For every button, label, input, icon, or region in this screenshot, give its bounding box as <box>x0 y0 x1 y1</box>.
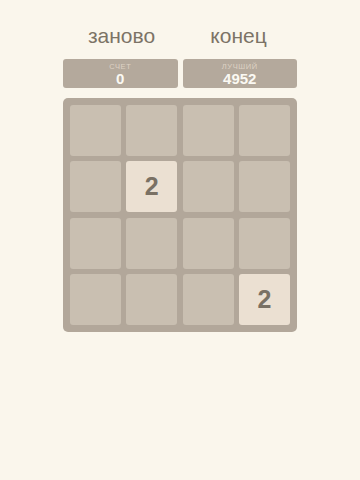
board-cell <box>183 274 234 325</box>
end-game-button[interactable]: конец <box>180 24 297 48</box>
board-cell <box>70 161 121 212</box>
board-cell <box>126 274 177 325</box>
board-cell <box>70 218 121 269</box>
board-cell <box>239 218 290 269</box>
board-cell <box>183 218 234 269</box>
board-cell <box>183 161 234 212</box>
board[interactable]: 22 <box>63 98 297 332</box>
restart-button[interactable]: заново <box>63 24 180 48</box>
tile-2: 2 <box>126 161 177 212</box>
board-cell <box>239 161 290 212</box>
header: заново конец <box>63 24 297 48</box>
board-cell <box>70 105 121 156</box>
board-cell <box>126 105 177 156</box>
game-2048-app: заново конец СЧЕТ 0 ЛУЧШИЙ 4952 22 <box>63 24 297 332</box>
board-cell <box>126 218 177 269</box>
scoreboard: СЧЕТ 0 ЛУЧШИЙ 4952 <box>63 59 297 88</box>
score-box: СЧЕТ 0 <box>63 59 178 88</box>
best-score-box: ЛУЧШИЙ 4952 <box>183 59 298 88</box>
best-score-value: 4952 <box>223 71 256 87</box>
board-cell <box>183 105 234 156</box>
tile-2: 2 <box>239 274 290 325</box>
board-cell <box>70 274 121 325</box>
score-value: 0 <box>116 71 124 87</box>
board-cell <box>239 105 290 156</box>
